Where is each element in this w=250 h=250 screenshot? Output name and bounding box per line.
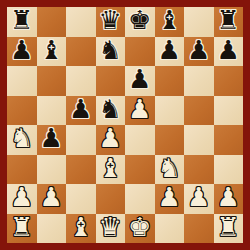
square-h2[interactable]: ♟ bbox=[214, 184, 244, 214]
square-d4[interactable]: ♟ bbox=[96, 125, 126, 155]
square-d5[interactable]: ♞ bbox=[96, 96, 126, 126]
piece-white-knight[interactable]: ♞ bbox=[10, 125, 33, 154]
piece-white-pawn[interactable]: ♟ bbox=[217, 184, 240, 213]
piece-white-bishop[interactable]: ♝ bbox=[69, 214, 92, 243]
square-c1[interactable]: ♝ bbox=[66, 214, 96, 244]
piece-white-pawn[interactable]: ♟ bbox=[99, 125, 122, 154]
square-h1[interactable]: ♜ bbox=[214, 214, 244, 244]
square-a2[interactable]: ♟ bbox=[7, 184, 37, 214]
piece-black-bishop[interactable]: ♝ bbox=[40, 37, 63, 66]
square-g2[interactable]: ♟ bbox=[184, 184, 214, 214]
square-b8[interactable] bbox=[37, 7, 67, 37]
square-f6[interactable] bbox=[155, 66, 185, 96]
square-g3[interactable] bbox=[184, 155, 214, 185]
piece-black-pawn[interactable]: ♟ bbox=[187, 37, 210, 66]
square-b2[interactable]: ♟ bbox=[37, 184, 67, 214]
square-f1[interactable] bbox=[155, 214, 185, 244]
piece-black-pawn[interactable]: ♟ bbox=[128, 66, 151, 95]
piece-black-queen[interactable]: ♛ bbox=[99, 7, 122, 36]
square-a4[interactable]: ♞ bbox=[7, 125, 37, 155]
square-h8[interactable]: ♜ bbox=[214, 7, 244, 37]
square-b5[interactable] bbox=[37, 96, 67, 126]
square-f7[interactable]: ♟ bbox=[155, 37, 185, 67]
square-c4[interactable] bbox=[66, 125, 96, 155]
square-e8[interactable]: ♚ bbox=[125, 7, 155, 37]
square-f8[interactable]: ♝ bbox=[155, 7, 185, 37]
square-d6[interactable] bbox=[96, 66, 126, 96]
chess-board: ♜♛♚♝♜♟♝♞♟♟♟♟♟♞♟♞♟♟♝♞♟♟♟♟♟♜♝♛♚♜ bbox=[0, 0, 250, 250]
piece-white-rook[interactable]: ♜ bbox=[217, 214, 240, 243]
square-a3[interactable] bbox=[7, 155, 37, 185]
piece-white-pawn[interactable]: ♟ bbox=[10, 184, 33, 213]
piece-black-pawn[interactable]: ♟ bbox=[40, 125, 63, 154]
square-g6[interactable] bbox=[184, 66, 214, 96]
square-g5[interactable] bbox=[184, 96, 214, 126]
square-f3[interactable]: ♞ bbox=[155, 155, 185, 185]
square-c2[interactable] bbox=[66, 184, 96, 214]
piece-white-rook[interactable]: ♜ bbox=[10, 214, 33, 243]
square-b6[interactable] bbox=[37, 66, 67, 96]
piece-black-bishop[interactable]: ♝ bbox=[158, 7, 181, 36]
square-a7[interactable]: ♟ bbox=[7, 37, 37, 67]
square-a1[interactable]: ♜ bbox=[7, 214, 37, 244]
piece-black-pawn[interactable]: ♟ bbox=[10, 37, 33, 66]
piece-white-king[interactable]: ♚ bbox=[128, 214, 151, 243]
square-g1[interactable] bbox=[184, 214, 214, 244]
square-e7[interactable] bbox=[125, 37, 155, 67]
square-c7[interactable] bbox=[66, 37, 96, 67]
piece-white-pawn[interactable]: ♟ bbox=[40, 184, 63, 213]
piece-white-pawn[interactable]: ♟ bbox=[158, 184, 181, 213]
square-e4[interactable] bbox=[125, 125, 155, 155]
square-a8[interactable]: ♜ bbox=[7, 7, 37, 37]
square-d8[interactable]: ♛ bbox=[96, 7, 126, 37]
square-c6[interactable] bbox=[66, 66, 96, 96]
square-h7[interactable]: ♟ bbox=[214, 37, 244, 67]
square-d3[interactable]: ♝ bbox=[96, 155, 126, 185]
chess-app: ♜♛♚♝♜♟♝♞♟♟♟♟♟♞♟♞♟♟♝♞♟♟♟♟♟♜♝♛♚♜ bbox=[0, 0, 250, 250]
square-d7[interactable]: ♞ bbox=[96, 37, 126, 67]
piece-black-king[interactable]: ♚ bbox=[128, 7, 151, 36]
piece-black-knight[interactable]: ♞ bbox=[99, 96, 122, 125]
square-b1[interactable] bbox=[37, 214, 67, 244]
square-g7[interactable]: ♟ bbox=[184, 37, 214, 67]
square-b7[interactable]: ♝ bbox=[37, 37, 67, 67]
square-e1[interactable]: ♚ bbox=[125, 214, 155, 244]
square-f4[interactable] bbox=[155, 125, 185, 155]
square-g8[interactable] bbox=[184, 7, 214, 37]
piece-black-knight[interactable]: ♞ bbox=[99, 37, 122, 66]
square-b3[interactable] bbox=[37, 155, 67, 185]
piece-black-rook[interactable]: ♜ bbox=[217, 7, 240, 36]
square-h6[interactable] bbox=[214, 66, 244, 96]
piece-white-pawn[interactable]: ♟ bbox=[128, 96, 151, 125]
piece-black-pawn[interactable]: ♟ bbox=[69, 96, 92, 125]
square-f2[interactable]: ♟ bbox=[155, 184, 185, 214]
piece-white-bishop[interactable]: ♝ bbox=[99, 155, 122, 184]
square-e5[interactable]: ♟ bbox=[125, 96, 155, 126]
square-b4[interactable]: ♟ bbox=[37, 125, 67, 155]
piece-black-rook[interactable]: ♜ bbox=[10, 7, 33, 36]
square-g4[interactable] bbox=[184, 125, 214, 155]
square-c8[interactable] bbox=[66, 7, 96, 37]
square-e6[interactable]: ♟ bbox=[125, 66, 155, 96]
square-h5[interactable] bbox=[214, 96, 244, 126]
square-a5[interactable] bbox=[7, 96, 37, 126]
piece-white-pawn[interactable]: ♟ bbox=[187, 184, 210, 213]
piece-black-pawn[interactable]: ♟ bbox=[217, 37, 240, 66]
piece-white-knight[interactable]: ♞ bbox=[158, 155, 181, 184]
piece-white-queen[interactable]: ♛ bbox=[99, 214, 122, 243]
square-d1[interactable]: ♛ bbox=[96, 214, 126, 244]
square-a6[interactable] bbox=[7, 66, 37, 96]
square-e2[interactable] bbox=[125, 184, 155, 214]
square-h3[interactable] bbox=[214, 155, 244, 185]
square-d2[interactable] bbox=[96, 184, 126, 214]
square-c5[interactable]: ♟ bbox=[66, 96, 96, 126]
square-e3[interactable] bbox=[125, 155, 155, 185]
piece-black-pawn[interactable]: ♟ bbox=[158, 37, 181, 66]
square-c3[interactable] bbox=[66, 155, 96, 185]
square-f5[interactable] bbox=[155, 96, 185, 126]
square-h4[interactable] bbox=[214, 125, 244, 155]
